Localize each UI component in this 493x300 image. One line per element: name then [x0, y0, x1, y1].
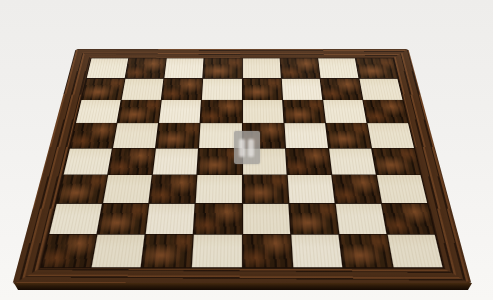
square-a7[interactable] — [82, 79, 125, 100]
chessboard — [12, 49, 471, 285]
square-h2[interactable] — [382, 204, 435, 234]
square-a1[interactable] — [41, 235, 96, 268]
square-d1[interactable] — [192, 235, 241, 268]
photo-background — [0, 0, 493, 300]
square-h1[interactable] — [388, 235, 443, 268]
square-h3[interactable] — [377, 175, 427, 203]
square-h7[interactable] — [359, 79, 402, 100]
square-e1[interactable] — [243, 235, 292, 268]
watermark-glyph-left — [239, 139, 245, 157]
square-a2[interactable] — [49, 204, 102, 234]
square-f6[interactable] — [283, 100, 325, 123]
board-border-bottom — [12, 268, 471, 285]
square-b1[interactable] — [92, 235, 145, 268]
square-h5[interactable] — [367, 124, 413, 148]
board-border-top — [73, 49, 411, 58]
square-c4[interactable] — [153, 148, 198, 174]
square-d8[interactable] — [204, 58, 242, 78]
square-b7[interactable] — [122, 79, 164, 100]
square-d3[interactable] — [196, 175, 241, 203]
watermark-glyph-right — [248, 139, 254, 157]
square-e3[interactable] — [243, 175, 288, 203]
square-h6[interactable] — [363, 100, 408, 123]
square-b8[interactable] — [126, 58, 166, 78]
square-a5[interactable] — [70, 124, 116, 148]
square-f7[interactable] — [281, 79, 322, 100]
square-c3[interactable] — [150, 175, 197, 203]
square-f2[interactable] — [289, 204, 338, 234]
square-a4[interactable] — [64, 148, 112, 174]
square-g2[interactable] — [335, 204, 386, 234]
square-f8[interactable] — [280, 58, 319, 78]
square-d7[interactable] — [202, 79, 241, 100]
square-d2[interactable] — [194, 204, 241, 234]
square-h4[interactable] — [372, 148, 420, 174]
square-f3[interactable] — [287, 175, 334, 203]
square-b2[interactable] — [98, 204, 149, 234]
square-b5[interactable] — [113, 124, 158, 148]
square-e6[interactable] — [242, 100, 283, 123]
square-c7[interactable] — [162, 79, 203, 100]
square-a6[interactable] — [76, 100, 121, 123]
square-d6[interactable] — [201, 100, 242, 123]
square-e7[interactable] — [242, 79, 281, 100]
square-c8[interactable] — [165, 58, 204, 78]
square-g1[interactable] — [339, 235, 392, 268]
square-c6[interactable] — [159, 100, 201, 123]
watermark-overlay — [234, 131, 260, 164]
square-g3[interactable] — [332, 175, 381, 203]
square-g7[interactable] — [320, 79, 362, 100]
square-e8[interactable] — [242, 58, 280, 78]
square-h8[interactable] — [356, 58, 398, 78]
square-f1[interactable] — [291, 235, 342, 268]
square-a8[interactable] — [87, 58, 129, 78]
square-g4[interactable] — [329, 148, 376, 174]
square-g8[interactable] — [318, 58, 358, 78]
square-g5[interactable] — [326, 124, 371, 148]
square-g6[interactable] — [323, 100, 366, 123]
square-b4[interactable] — [108, 148, 155, 174]
square-f4[interactable] — [286, 148, 331, 174]
square-c1[interactable] — [142, 235, 193, 268]
square-b6[interactable] — [118, 100, 161, 123]
square-e2[interactable] — [243, 204, 290, 234]
square-a3[interactable] — [57, 175, 107, 203]
square-f5[interactable] — [284, 124, 328, 148]
square-c5[interactable] — [156, 124, 200, 148]
square-c2[interactable] — [146, 204, 195, 234]
square-b3[interactable] — [103, 175, 152, 203]
board-side-edge — [14, 283, 472, 290]
